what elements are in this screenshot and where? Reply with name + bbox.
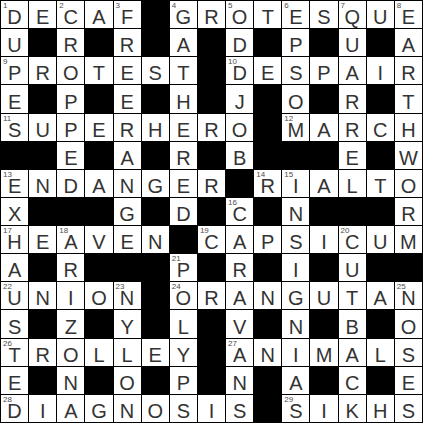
letter-cell-r11c11[interactable]: G [282,282,309,309]
letter-cell-r14c9[interactable]: N [226,367,253,394]
letter-cell-r13c3[interactable]: O [57,339,84,366]
letter-cell-r7c15[interactable]: O [395,170,422,197]
letter-cell-r2c11[interactable]: P [282,29,309,56]
letter-cell-r3c3[interactable]: O [57,57,84,84]
cell-letter: S [8,317,21,338]
cell-letter: H [148,120,162,141]
cell-letter: D [176,204,190,225]
letter-cell-r7c11[interactable]: 15I [282,170,309,197]
letter-cell-r7c8[interactable]: R [198,170,225,197]
cell-letter: R [204,120,218,141]
letter-cell-r13c5[interactable]: L [114,339,141,366]
cell-letter: P [64,120,77,141]
letter-cell-r12c9[interactable]: V [226,310,253,337]
black-cell-r14c6 [142,367,169,394]
letter-cell-r8c9[interactable]: 16C [226,198,253,225]
letter-cell-r11c5[interactable]: 23N [114,282,141,309]
letter-cell-r10c13[interactable]: U [339,254,366,281]
letter-cell-r13c9[interactable]: 27A [226,339,253,366]
cell-letter: U [317,288,331,309]
letter-cell-r13c1[interactable]: 26T [1,339,28,366]
cell-letter: E [92,120,105,141]
black-cell-r12c6 [142,310,169,337]
letter-cell-r8c15[interactable]: R [395,198,422,225]
cell-letter: R [176,148,190,169]
clue-number-7: 7 [341,1,345,11]
letter-cell-r7c2[interactable]: N [29,170,56,197]
black-cell-r6c11 [282,142,309,169]
cell-letter: E [36,7,49,28]
letter-cell-r15c15[interactable]: S [395,395,422,422]
letter-cell-r4c5[interactable]: E [114,85,141,112]
letter-cell-r4c3[interactable]: P [57,85,84,112]
letter-cell-r5c3[interactable]: P [57,114,84,141]
letter-cell-r11c9[interactable]: A [226,282,253,309]
letter-cell-r9c1[interactable]: 17H [1,226,28,253]
letter-cell-r11c10[interactable]: N [254,282,281,309]
cell-letter: A [374,288,387,309]
black-cell-r6c4 [85,142,112,169]
cell-letter: N [35,176,49,197]
cell-letter: G [119,204,135,225]
black-cell-r10c2 [29,254,56,281]
black-cell-r4c10 [254,85,281,112]
letter-cell-r5c6[interactable]: H [142,114,169,141]
letter-cell-r9c10[interactable]: P [254,226,281,253]
cell-letter: N [261,288,275,309]
letter-cell-r5c7[interactable]: E [170,114,197,141]
black-cell-r4c8 [198,85,225,112]
clue-number-24: 24 [172,282,181,292]
letter-cell-r5c5[interactable]: R [114,114,141,141]
black-cell-r8c6 [142,198,169,225]
black-cell-r2c2 [29,29,56,56]
clue-number-25: 25 [397,282,406,292]
cell-letter: Z [65,317,77,338]
letter-cell-r12c5[interactable]: Y [114,310,141,337]
cell-letter: I [378,63,384,84]
clue-number-1: 1 [3,1,7,11]
letter-cell-r9c3[interactable]: 18A [57,226,84,253]
letter-cell-r11c14[interactable]: A [367,282,394,309]
letter-cell-r7c14[interactable]: T [367,170,394,197]
letter-cell-r10c7[interactable]: 21P [170,254,197,281]
letter-cell-r3c13[interactable]: A [339,57,366,84]
letter-cell-r3c14[interactable]: I [367,57,394,84]
letter-cell-r10c3[interactable]: R [57,254,84,281]
letter-cell-r3c10[interactable]: E [254,57,281,84]
black-cell-r12c2 [29,310,56,337]
letter-cell-r3c5[interactable]: E [114,57,141,84]
cell-letter: E [402,373,415,394]
clue-number-9: 9 [3,57,7,67]
black-cell-r10c6 [142,254,169,281]
letter-cell-r3c7[interactable]: T [170,57,197,84]
letter-cell-r8c11[interactable]: N [282,198,309,225]
letter-cell-r4c11[interactable]: O [282,85,309,112]
black-cell-r10c10 [254,254,281,281]
cell-letter: V [92,232,105,253]
black-cell-r14c8 [198,367,225,394]
cell-letter: V [233,317,246,338]
letter-cell-r10c9[interactable]: R [226,254,253,281]
letter-cell-r6c9[interactable]: B [226,142,253,169]
cell-letter: T [346,288,358,309]
letter-cell-r3c11[interactable]: S [282,57,309,84]
letter-cell-r2c15[interactable]: A [395,29,422,56]
letter-cell-r15c7[interactable]: S [170,395,197,422]
letter-cell-r9c2[interactable]: E [29,226,56,253]
letter-cell-r1c2[interactable]: E [29,1,56,28]
cell-letter: E [64,148,77,169]
letter-cell-r11c7[interactable]: 24O [170,282,197,309]
letter-cell-r3c6[interactable]: S [142,57,169,84]
letter-cell-r13c14[interactable]: L [367,339,394,366]
letter-cell-r2c9[interactable]: D [226,29,253,56]
letter-cell-r4c13[interactable]: R [339,85,366,112]
black-cell-r6c14 [367,142,394,169]
black-cell-r7c9 [226,170,253,197]
cell-letter: I [293,260,299,281]
cell-letter: R [120,120,134,141]
cell-letter: R [345,120,359,141]
cell-letter: S [289,232,302,253]
letter-cell-r9c8[interactable]: 19C [198,226,225,253]
cell-letter: P [64,92,77,113]
cell-letter: I [68,288,74,309]
cell-letter: S [402,401,415,422]
crossword-grid: 1DE2CA3F4GR5OT6ES7QU8EURRADPUA9PROTEST10… [0,0,423,423]
letter-cell-r7c3[interactable]: D [57,170,84,197]
letter-cell-r7c5[interactable]: N [114,170,141,197]
cell-letter: S [233,401,246,422]
letter-cell-r15c8[interactable]: I [198,395,225,422]
letter-cell-r3c15[interactable]: R [395,57,422,84]
letter-cell-r1c8[interactable]: R [198,1,225,28]
cell-letter: Y [177,345,190,366]
cell-letter: O [288,92,304,113]
letter-cell-r4c1[interactable]: E [1,85,28,112]
letter-cell-r9c5[interactable]: E [114,226,141,253]
letter-cell-r15c11[interactable]: 29S [282,395,309,422]
letter-cell-r13c7[interactable]: Y [170,339,197,366]
letter-cell-r9c12[interactable]: I [310,226,337,253]
cell-letter: G [176,7,192,28]
cell-letter: E [120,92,133,113]
cell-letter: F [121,7,133,28]
letter-cell-r5c2[interactable]: U [29,114,56,141]
clue-number-18: 18 [59,226,68,236]
letter-cell-r13c12[interactable]: M [310,339,337,366]
letter-cell-r2c7[interactable]: A [170,29,197,56]
clue-number-21: 21 [172,254,181,264]
letter-cell-r6c13[interactable]: E [339,142,366,169]
letter-cell-r11c4[interactable]: O [85,282,112,309]
letter-cell-r14c5[interactable]: O [114,367,141,394]
letter-cell-r11c15[interactable]: 25N [395,282,422,309]
black-cell-r6c12 [310,142,337,169]
letter-cell-r14c7[interactable]: P [170,367,197,394]
black-cell-r12c12 [310,310,337,337]
black-cell-r8c13 [339,198,366,225]
cell-letter: E [402,7,415,28]
letter-cell-r7c1[interactable]: 13E [1,170,28,197]
letter-cell-r1c3[interactable]: 2C [57,1,84,28]
letter-cell-r4c7[interactable]: H [170,85,197,112]
letter-cell-r12c7[interactable]: L [170,310,197,337]
letter-cell-r1c10[interactable]: T [254,1,281,28]
cell-letter: D [232,35,246,56]
cell-letter: O [232,120,248,141]
cell-letter: A [233,232,246,253]
letter-cell-r1c1[interactable]: 1D [1,1,28,28]
cell-letter: I [209,401,215,422]
cell-letter: R [35,63,49,84]
letter-cell-r5c8[interactable]: R [198,114,225,141]
cell-letter: I [293,176,299,197]
cell-letter: E [8,92,21,113]
letter-cell-r14c13[interactable]: C [339,367,366,394]
cell-letter: R [401,204,415,225]
cell-letter: D [7,7,21,28]
letter-cell-r4c9[interactable]: J [226,85,253,112]
letter-cell-r13c4[interactable]: L [85,339,112,366]
cell-letter: O [147,401,163,422]
letter-cell-r13c6[interactable]: E [142,339,169,366]
cell-letter: E [8,373,21,394]
black-cell-r4c14 [367,85,394,112]
clue-number-2: 2 [59,1,63,11]
letter-cell-r12c3[interactable]: Z [57,310,84,337]
letter-cell-r10c1[interactable]: A [1,254,28,281]
black-cell-r8c12 [310,198,337,225]
letter-cell-r1c12[interactable]: S [310,1,337,28]
cell-letter: R [232,260,246,281]
letter-cell-r15c13[interactable]: K [339,395,366,422]
cell-letter: O [63,63,79,84]
letter-cell-r2c13[interactable]: U [339,29,366,56]
letter-cell-r15c9[interactable]: S [226,395,253,422]
letter-cell-r1c15[interactable]: 8E [395,1,422,28]
letter-cell-r7c6[interactable]: G [142,170,169,197]
letter-cell-r8c7[interactable]: D [170,198,197,225]
letter-cell-r9c4[interactable]: V [85,226,112,253]
cell-letter: U [345,260,359,281]
letter-cell-r13c15[interactable]: S [395,339,422,366]
cell-letter: E [289,7,302,28]
black-cell-r10c15 [395,254,422,281]
clue-number-26: 26 [3,339,12,349]
letter-cell-r8c5[interactable]: G [114,198,141,225]
letter-cell-r6c5[interactable]: A [114,142,141,169]
black-cell-r14c2 [29,367,56,394]
letter-cell-r7c13[interactable]: L [339,170,366,197]
letter-cell-r7c7[interactable]: E [170,170,197,197]
letter-cell-r6c15[interactable]: W [395,142,422,169]
letter-cell-r5c14[interactable]: C [367,114,394,141]
letter-cell-r7c12[interactable]: A [310,170,337,197]
letter-cell-r11c3[interactable]: I [57,282,84,309]
cell-letter: A [317,120,330,141]
letter-cell-r6c7[interactable]: R [170,142,197,169]
letter-cell-r5c9[interactable]: O [226,114,253,141]
letter-cell-r5c15[interactable]: H [395,114,422,141]
clue-number-27: 27 [228,339,237,349]
letter-cell-r1c5[interactable]: 3F [114,1,141,28]
black-cell-r10c8 [198,254,225,281]
cell-letter: M [400,232,417,253]
clue-number-19: 19 [200,226,209,236]
letter-cell-r2c1[interactable]: U [1,29,28,56]
cell-letter: S [289,63,302,84]
letter-cell-r11c8[interactable]: R [198,282,225,309]
letter-cell-r14c11[interactable]: A [282,367,309,394]
cell-letter: N [35,288,49,309]
letter-cell-r1c7[interactable]: 4G [170,1,197,28]
letter-cell-r14c3[interactable]: N [57,367,84,394]
letter-cell-r12c15[interactable]: O [395,310,422,337]
cell-letter: O [401,317,417,338]
letter-cell-r9c14[interactable]: U [367,226,394,253]
letter-cell-r3c12[interactable]: P [310,57,337,84]
cell-letter: N [148,232,162,253]
letter-cell-r15c5[interactable]: N [114,395,141,422]
letter-cell-r5c4[interactable]: E [85,114,112,141]
black-cell-r4c2 [29,85,56,112]
black-cell-r10c4 [85,254,112,281]
letter-cell-r5c1[interactable]: 11S [1,114,28,141]
clue-number-15: 15 [284,170,293,180]
cell-letter: R [345,92,359,113]
cell-letter: E [177,176,190,197]
letter-cell-r1c4[interactable]: A [85,1,112,28]
cell-letter: E [120,63,133,84]
cell-letter: A [317,176,330,197]
letter-cell-r5c11[interactable]: 12M [282,114,309,141]
cell-letter: A [92,7,105,28]
clue-number-17: 17 [3,226,12,236]
cell-letter: U [373,232,387,253]
letter-cell-r9c13[interactable]: 20C [339,226,366,253]
cell-letter: B [345,317,358,338]
letter-cell-r14c15[interactable]: E [395,367,422,394]
cell-letter: P [261,232,274,253]
letter-cell-r5c12[interactable]: A [310,114,337,141]
cell-letter: N [120,401,134,422]
clue-number-3: 3 [116,1,120,11]
letter-cell-r5c13[interactable]: R [339,114,366,141]
black-cell-r14c12 [310,367,337,394]
black-cell-r4c12 [310,85,337,112]
letter-cell-r2c3[interactable]: R [57,29,84,56]
letter-cell-r9c6[interactable]: N [142,226,169,253]
black-cell-r2c10 [254,29,281,56]
letter-cell-r9c15[interactable]: M [395,226,422,253]
letter-cell-r14c1[interactable]: E [1,367,28,394]
letter-cell-r3c2[interactable]: R [29,57,56,84]
letter-cell-r3c4[interactable]: T [85,57,112,84]
letter-cell-r11c12[interactable]: U [310,282,337,309]
cell-letter: N [289,204,303,225]
letter-cell-r1c11[interactable]: 6E [282,1,309,28]
clue-number-4: 4 [172,1,176,11]
black-cell-r11c6 [142,282,169,309]
cell-letter: O [91,288,107,309]
letter-cell-r15c3[interactable]: A [57,395,84,422]
cell-letter: N [120,176,134,197]
letter-cell-r1c13[interactable]: 7Q [339,1,366,28]
letter-cell-r8c1[interactable]: X [1,198,28,225]
clue-number-12: 12 [284,114,293,124]
cell-letter: A [233,288,246,309]
black-cell-r8c14 [367,198,394,225]
letter-cell-r12c11[interactable]: N [282,310,309,337]
letter-cell-r3c9[interactable]: 10D [226,57,253,84]
letter-cell-r15c14[interactable]: H [367,395,394,422]
cell-letter: C [64,7,78,28]
letter-cell-r13c2[interactable]: R [29,339,56,366]
letter-cell-r13c13[interactable]: A [339,339,366,366]
cell-letter: E [120,232,133,253]
cell-letter: L [93,345,104,366]
letter-cell-r10c11[interactable]: I [282,254,309,281]
cell-letter: X [8,204,21,225]
letter-cell-r7c10[interactable]: 14R [254,170,281,197]
letter-cell-r6c3[interactable]: E [57,142,84,169]
cell-letter: G [91,401,107,422]
black-cell-r5c10 [254,114,281,141]
cell-letter: O [63,345,79,366]
cell-letter: E [36,232,49,253]
letter-cell-r9c11[interactable]: S [282,226,309,253]
letter-cell-r11c2[interactable]: N [29,282,56,309]
letter-cell-r15c12[interactable]: I [310,395,337,422]
cell-letter: R [64,260,78,281]
letter-cell-r13c11[interactable]: I [282,339,309,366]
letter-cell-r15c1[interactable]: 28D [1,395,28,422]
letter-cell-r12c13[interactable]: B [339,310,366,337]
letter-cell-r15c6[interactable]: O [142,395,169,422]
cell-letter: K [345,401,358,422]
letter-cell-r15c4[interactable]: G [85,395,112,422]
cell-letter: S [317,7,330,28]
letter-cell-r2c5[interactable]: R [114,29,141,56]
black-cell-r15c10 [254,395,281,422]
letter-cell-r4c15[interactable]: T [395,85,422,112]
cell-letter: H [176,92,190,113]
letter-cell-r11c1[interactable]: 22U [1,282,28,309]
letter-cell-r13c10[interactable]: N [254,339,281,366]
black-cell-r2c12 [310,29,337,56]
letter-cell-r1c9[interactable]: 5O [226,1,253,28]
letter-cell-r9c9[interactable]: A [226,226,253,253]
cell-letter: A [289,373,302,394]
cell-letter: S [402,345,415,366]
letter-cell-r15c2[interactable]: I [29,395,56,422]
letter-cell-r1c14[interactable]: U [367,1,394,28]
letter-cell-r3c1[interactable]: 9P [1,57,28,84]
black-cell-r2c8 [198,29,225,56]
letter-cell-r11c13[interactable]: T [339,282,366,309]
clue-number-6: 6 [284,1,288,11]
black-cell-r14c10 [254,367,281,394]
black-cell-r13c8 [198,339,225,366]
letter-cell-r12c1[interactable]: S [1,310,28,337]
cell-letter: L [122,345,133,366]
clue-number-16: 16 [228,198,237,208]
letter-cell-r7c4[interactable]: A [85,170,112,197]
black-cell-r10c12 [310,254,337,281]
